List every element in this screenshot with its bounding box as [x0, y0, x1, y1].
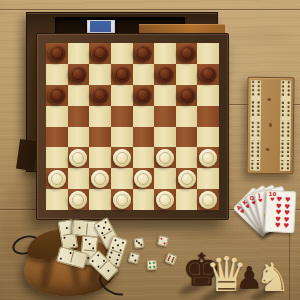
die-green-4[interactable] [147, 260, 158, 271]
square-c6[interactable] [89, 85, 111, 106]
square-h5[interactable] [197, 106, 219, 127]
square-f3[interactable] [154, 147, 176, 168]
card-index: J♥ [257, 193, 264, 204]
square-d1[interactable] [111, 189, 133, 210]
checker-dark-g6[interactable] [178, 86, 196, 104]
card-pips: ♥♥♥♥♥♥♥♥♥♥ [273, 196, 292, 228]
square-g5[interactable] [176, 106, 198, 127]
square-f2[interactable] [154, 168, 176, 189]
checker-light-f3[interactable] [156, 149, 174, 167]
square-d6[interactable] [111, 85, 133, 106]
square-a5[interactable] [46, 106, 68, 127]
square-g7[interactable] [176, 64, 198, 85]
square-h3[interactable] [197, 147, 219, 168]
square-a4[interactable] [46, 127, 68, 148]
checker-dark-c8[interactable] [91, 44, 109, 62]
chess-light-knight[interactable]: ♞ [255, 257, 291, 297]
square-b7[interactable] [68, 64, 90, 85]
square-h1[interactable] [197, 189, 219, 210]
wood-grain-streak [230, 30, 290, 42]
square-d3[interactable] [111, 147, 133, 168]
square-d2[interactable] [111, 168, 133, 189]
square-g4[interactable] [176, 127, 198, 148]
square-g2[interactable] [176, 168, 198, 189]
square-b4[interactable] [68, 127, 90, 148]
card-deck-box[interactable] [87, 20, 115, 33]
checker-dark-a8[interactable] [48, 44, 66, 62]
playing-cards-fan: A♥K♥Q♥J♥10♥♥♥♥♥♥♥♥♥♥♥ [230, 186, 296, 236]
square-c2[interactable] [89, 168, 111, 189]
checker-dark-g8[interactable] [178, 44, 196, 62]
square-e4[interactable] [133, 127, 155, 148]
square-f1[interactable] [154, 189, 176, 210]
square-h8[interactable] [197, 43, 219, 64]
square-e2[interactable] [133, 168, 155, 189]
die-brown-6[interactable] [164, 252, 177, 265]
square-e1[interactable] [133, 189, 155, 210]
square-g3[interactable] [176, 147, 198, 168]
checker-dark-c6[interactable] [91, 86, 109, 104]
checker-light-d1[interactable] [113, 191, 131, 209]
checkers-board [36, 33, 229, 220]
square-e3[interactable] [133, 147, 155, 168]
square-b1[interactable] [68, 189, 90, 210]
checker-dark-b7[interactable] [69, 65, 87, 83]
square-b2[interactable] [68, 168, 90, 189]
square-d5[interactable] [111, 106, 133, 127]
checker-dark-e8[interactable] [134, 44, 152, 62]
square-c8[interactable] [89, 43, 111, 64]
square-a6[interactable] [46, 85, 68, 106]
cribbage-board[interactable] [246, 77, 294, 174]
cribbage-peg-track-left [250, 80, 262, 171]
checker-light-e2[interactable] [134, 170, 152, 188]
square-f8[interactable] [154, 43, 176, 64]
checker-light-b1[interactable] [69, 191, 87, 209]
square-e8[interactable] [133, 43, 155, 64]
tabletop-scene: A♥K♥Q♥J♥10♥♥♥♥♥♥♥♥♥♥♥ ♚♛♟♞ [0, 0, 300, 300]
square-d7[interactable] [111, 64, 133, 85]
square-a7[interactable] [46, 64, 68, 85]
square-a1[interactable] [46, 189, 68, 210]
wood-knot [267, 98, 271, 101]
checker-dark-e6[interactable] [134, 86, 152, 104]
square-a2[interactable] [46, 168, 68, 189]
card-10-hearts[interactable]: 10♥♥♥♥♥♥♥♥♥♥♥ [264, 190, 296, 234]
square-f5[interactable] [154, 106, 176, 127]
checkers-board-grid [46, 43, 219, 210]
square-b8[interactable] [68, 43, 90, 64]
checker-light-g2[interactable] [178, 170, 196, 188]
plank-seam [0, 9, 300, 10]
square-g1[interactable] [176, 189, 198, 210]
checker-light-h3[interactable] [199, 149, 217, 167]
die-red-2[interactable] [157, 235, 169, 247]
square-a8[interactable] [46, 43, 68, 64]
square-f4[interactable] [154, 127, 176, 148]
square-c1[interactable] [89, 189, 111, 210]
checker-light-f1[interactable] [156, 191, 174, 209]
square-c5[interactable] [89, 106, 111, 127]
square-f7[interactable] [154, 64, 176, 85]
checker-light-b3[interactable] [69, 149, 87, 167]
square-c7[interactable] [89, 64, 111, 85]
checker-dark-f7[interactable] [156, 65, 174, 83]
checker-light-a2[interactable] [48, 170, 66, 188]
square-e5[interactable] [133, 106, 155, 127]
cribbage-peg-track-right [280, 80, 292, 171]
square-b5[interactable] [68, 106, 90, 127]
square-g8[interactable] [176, 43, 198, 64]
square-c4[interactable] [89, 127, 111, 148]
square-d4[interactable] [111, 127, 133, 148]
square-f6[interactable] [154, 85, 176, 106]
square-b6[interactable] [68, 85, 90, 106]
checker-light-c2[interactable] [91, 170, 109, 188]
square-h2[interactable] [197, 168, 219, 189]
checker-dark-d7[interactable] [113, 65, 131, 83]
die-black-2[interactable] [128, 252, 140, 264]
square-h4[interactable] [197, 127, 219, 148]
square-e7[interactable] [133, 64, 155, 85]
square-a3[interactable] [46, 147, 68, 168]
checker-light-h1[interactable] [199, 191, 217, 209]
wood-knot [269, 123, 272, 127]
square-e6[interactable] [133, 85, 155, 106]
checker-light-d3[interactable] [113, 149, 131, 167]
square-c3[interactable] [89, 147, 111, 168]
square-d8[interactable] [111, 43, 133, 64]
checker-dark-h7[interactable] [199, 65, 217, 83]
square-h6[interactable] [197, 85, 219, 106]
die-black-3[interactable] [133, 237, 144, 248]
square-h7[interactable] [197, 64, 219, 85]
square-b3[interactable] [68, 147, 90, 168]
wood-knot [266, 148, 270, 151]
square-g6[interactable] [176, 85, 198, 106]
checker-dark-a6[interactable] [48, 86, 66, 104]
